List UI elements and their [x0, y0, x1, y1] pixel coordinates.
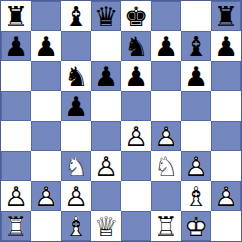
square-e8[interactable]: ♚ [121, 1, 151, 31]
piece-glyph-outline: ♙ [124, 123, 148, 150]
square-c2[interactable]: ♟♙ [61, 181, 91, 211]
square-f2[interactable] [151, 181, 181, 211]
square-d2[interactable] [91, 181, 121, 211]
square-f8[interactable] [151, 1, 181, 31]
piece-glyph-outline: ♗ [184, 183, 208, 210]
piece-glyph-outline: ♙ [4, 183, 28, 210]
black-pawn[interactable]: ♟ [121, 61, 151, 91]
white-king[interactable]: ♚♔ [181, 211, 211, 241]
white-pawn[interactable]: ♟♙ [181, 151, 211, 181]
square-c7[interactable] [61, 31, 91, 61]
white-rook[interactable]: ♜♖ [151, 211, 181, 241]
piece-glyph-outline: ♙ [34, 183, 58, 210]
piece-glyph-solid: ♟ [64, 93, 88, 120]
piece-glyph-outline: ♘ [154, 153, 178, 180]
piece-glyph-solid: ♟ [214, 33, 238, 60]
square-h5[interactable] [211, 91, 241, 121]
square-b2[interactable]: ♟♙ [31, 181, 61, 211]
piece-glyph-solid: ♟ [4, 33, 28, 60]
square-h1[interactable] [211, 211, 241, 241]
square-e2[interactable] [121, 181, 151, 211]
black-rook[interactable]: ♜ [211, 1, 241, 31]
square-a4[interactable] [1, 121, 31, 151]
square-g8[interactable] [181, 1, 211, 31]
white-pawn[interactable]: ♟♙ [61, 181, 91, 211]
square-g2[interactable]: ♝♗ [181, 181, 211, 211]
piece-glyph-solid: ♞ [124, 33, 148, 60]
square-f3[interactable]: ♞♘ [151, 151, 181, 181]
square-b1[interactable] [31, 211, 61, 241]
square-b6[interactable] [31, 61, 61, 91]
square-a5[interactable] [1, 91, 31, 121]
square-f6[interactable] [151, 61, 181, 91]
square-h4[interactable] [211, 121, 241, 151]
square-c6[interactable]: ♞ [61, 61, 91, 91]
square-h8[interactable]: ♜ [211, 1, 241, 31]
piece-glyph-solid: ♜ [214, 3, 238, 30]
square-b5[interactable] [31, 91, 61, 121]
square-e1[interactable] [121, 211, 151, 241]
black-queen[interactable]: ♛ [91, 1, 121, 31]
piece-glyph-solid: ♟ [184, 63, 208, 90]
piece-glyph-outline: ♙ [184, 153, 208, 180]
square-f5[interactable] [151, 91, 181, 121]
square-g6[interactable]: ♟ [181, 61, 211, 91]
square-g5[interactable] [181, 91, 211, 121]
black-pawn[interactable]: ♟ [151, 31, 181, 61]
white-pawn[interactable]: ♟♙ [211, 181, 241, 211]
white-queen[interactable]: ♛♕ [91, 211, 121, 241]
square-c1[interactable]: ♝♗ [61, 211, 91, 241]
square-d3[interactable]: ♟♙ [91, 151, 121, 181]
piece-glyph-solid: ♞ [64, 63, 88, 90]
square-c5[interactable]: ♟ [61, 91, 91, 121]
piece-glyph-solid: ♝ [64, 3, 88, 30]
square-b7[interactable]: ♟ [31, 31, 61, 61]
square-f4[interactable]: ♟♙ [151, 121, 181, 151]
black-pawn[interactable]: ♟ [91, 61, 121, 91]
piece-glyph-outline: ♔ [184, 213, 208, 240]
square-g7[interactable]: ♝ [181, 31, 211, 61]
black-king[interactable]: ♚ [121, 1, 151, 31]
square-g1[interactable]: ♚♔ [181, 211, 211, 241]
black-pawn[interactable]: ♟ [31, 31, 61, 61]
black-knight[interactable]: ♞ [61, 61, 91, 91]
square-c8[interactable]: ♝ [61, 1, 91, 31]
piece-glyph-outline: ♙ [154, 123, 178, 150]
square-b4[interactable] [31, 121, 61, 151]
square-a7[interactable]: ♟ [1, 31, 31, 61]
square-c4[interactable] [61, 121, 91, 151]
square-f7[interactable]: ♟ [151, 31, 181, 61]
piece-glyph-outline: ♗ [64, 213, 88, 240]
square-d5[interactable] [91, 91, 121, 121]
piece-glyph-outline: ♘ [64, 153, 88, 180]
black-pawn[interactable]: ♟ [61, 91, 91, 121]
piece-glyph-solid: ♟ [124, 63, 148, 90]
square-h6[interactable] [211, 61, 241, 91]
black-pawn[interactable]: ♟ [181, 61, 211, 91]
piece-glyph-outline: ♖ [4, 213, 28, 240]
piece-glyph-solid: ♟ [34, 33, 58, 60]
piece-glyph-solid: ♟ [94, 63, 118, 90]
chessboard-container: ♜♝♛♚♜♟♟♞♟♝♟♞♟♟♟♟♟♙♟♙♞♘♟♙♞♘♟♙♟♙♟♙♟♙♝♗♟♙♜♖… [0, 0, 242, 242]
square-e5[interactable] [121, 91, 151, 121]
piece-glyph-solid: ♚ [124, 3, 148, 30]
white-knight[interactable]: ♞♘ [61, 151, 91, 181]
piece-glyph-outline: ♙ [94, 153, 118, 180]
piece-glyph-solid: ♜ [4, 3, 28, 30]
white-knight[interactable]: ♞♘ [151, 151, 181, 181]
white-pawn[interactable]: ♟♙ [91, 151, 121, 181]
square-d8[interactable]: ♛ [91, 1, 121, 31]
black-bishop[interactable]: ♝ [181, 31, 211, 61]
square-d7[interactable] [91, 31, 121, 61]
square-g4[interactable] [181, 121, 211, 151]
black-bishop[interactable]: ♝ [61, 1, 91, 31]
square-h7[interactable]: ♟ [211, 31, 241, 61]
white-rook[interactable]: ♜♖ [1, 211, 31, 241]
white-pawn[interactable]: ♟♙ [31, 181, 61, 211]
square-d1[interactable]: ♛♕ [91, 211, 121, 241]
piece-glyph-outline: ♕ [94, 213, 118, 240]
square-a3[interactable] [1, 151, 31, 181]
piece-glyph-outline: ♖ [154, 213, 178, 240]
square-h3[interactable] [211, 151, 241, 181]
square-d6[interactable]: ♟ [91, 61, 121, 91]
white-bishop[interactable]: ♝♗ [61, 211, 91, 241]
square-b3[interactable] [31, 151, 61, 181]
square-a8[interactable]: ♜ [1, 1, 31, 31]
square-a1[interactable]: ♜♖ [1, 211, 31, 241]
square-g3[interactable]: ♟♙ [181, 151, 211, 181]
piece-glyph-outline: ♙ [64, 183, 88, 210]
white-pawn[interactable]: ♟♙ [1, 181, 31, 211]
square-e4[interactable]: ♟♙ [121, 121, 151, 151]
black-pawn[interactable]: ♟ [1, 31, 31, 61]
piece-glyph-outline: ♙ [214, 183, 238, 210]
square-c3[interactable]: ♞♘ [61, 151, 91, 181]
square-h2[interactable]: ♟♙ [211, 181, 241, 211]
square-e6[interactable]: ♟ [121, 61, 151, 91]
square-e3[interactable] [121, 151, 151, 181]
piece-glyph-solid: ♝ [184, 33, 208, 60]
white-bishop[interactable]: ♝♗ [181, 181, 211, 211]
piece-glyph-solid: ♛ [94, 3, 118, 30]
white-pawn[interactable]: ♟♙ [151, 121, 181, 151]
square-a6[interactable] [1, 61, 31, 91]
black-knight[interactable]: ♞ [121, 31, 151, 61]
square-d4[interactable] [91, 121, 121, 151]
black-rook[interactable]: ♜ [1, 1, 31, 31]
white-pawn[interactable]: ♟♙ [121, 121, 151, 151]
square-a2[interactable]: ♟♙ [1, 181, 31, 211]
black-pawn[interactable]: ♟ [211, 31, 241, 61]
square-b8[interactable] [31, 1, 61, 31]
chess-board: ♜♝♛♚♜♟♟♞♟♝♟♞♟♟♟♟♟♙♟♙♞♘♟♙♞♘♟♙♟♙♟♙♟♙♝♗♟♙♜♖… [0, 0, 242, 242]
piece-glyph-solid: ♟ [154, 33, 178, 60]
square-f1[interactable]: ♜♖ [151, 211, 181, 241]
square-e7[interactable]: ♞ [121, 31, 151, 61]
